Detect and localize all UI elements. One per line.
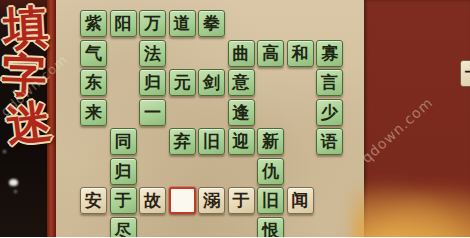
tile-r3c8-少[interactable]: 少	[316, 99, 343, 126]
game-title: 填 字 迷	[0, 4, 52, 148]
tile-r1c6-高[interactable]: 高	[257, 40, 284, 67]
tile-r2c8-言[interactable]: 言	[316, 69, 343, 96]
tile-r1c7-和[interactable]: 和	[287, 40, 314, 67]
tile-r6c2-故[interactable]: 故	[139, 187, 166, 214]
crossword-board: 紫阳万道拳气法曲高和寡东归元剑意言来一逢少同弃旧迎新语归仇安于故溺于旧闻尽恨	[0, 0, 470, 237]
tile-r0c1-阳[interactable]: 阳	[110, 10, 137, 37]
tile-r3c2-一[interactable]: 一	[139, 99, 166, 126]
tile-r0c2-万[interactable]: 万	[139, 10, 166, 37]
tile-r4c3-弃[interactable]: 弃	[169, 128, 196, 155]
tile-r4c6-新[interactable]: 新	[257, 128, 284, 155]
title-char-tian: 填	[0, 3, 53, 54]
tile-r0c0-紫[interactable]: 紫	[80, 10, 107, 37]
tile-r6c4-溺[interactable]: 溺	[198, 187, 225, 214]
tile-r6c7-闻[interactable]: 闻	[287, 187, 314, 214]
tile-r4c4-旧[interactable]: 旧	[198, 128, 225, 155]
tile-r4c1-同[interactable]: 同	[110, 128, 137, 155]
tile-r1c2-法[interactable]: 法	[139, 40, 166, 67]
empty-selected-cell[interactable]	[169, 187, 196, 214]
tile-r2c5-意[interactable]: 意	[228, 69, 255, 96]
tile-r1c0-气[interactable]: 气	[80, 40, 107, 67]
tile-r6c5-于[interactable]: 于	[228, 187, 255, 214]
tile-r2c2-归[interactable]: 归	[139, 69, 166, 96]
tile-r1c8-寡[interactable]: 寡	[316, 40, 343, 67]
tile-r7c1-尽[interactable]: 尽	[110, 217, 137, 238]
tile-r4c5-迎[interactable]: 迎	[228, 128, 255, 155]
tile-r0c4-拳[interactable]: 拳	[198, 10, 225, 37]
title-char-mi: 迷	[0, 97, 57, 151]
tile-r5c6-仇[interactable]: 仇	[257, 158, 284, 185]
tile-r2c0-东[interactable]: 东	[80, 69, 107, 96]
tile-r2c4-剑[interactable]: 剑	[198, 69, 225, 96]
tile-r6c0-安[interactable]: 安	[80, 187, 107, 214]
tile-r6c1-于[interactable]: 于	[110, 187, 137, 214]
tile-r3c0-来[interactable]: 来	[80, 99, 107, 126]
tile-r6c6-旧[interactable]: 旧	[257, 187, 284, 214]
tile-r1c5-曲[interactable]: 曲	[228, 40, 255, 67]
title-char-zi: 字	[0, 51, 51, 101]
tile-r7c6-恨[interactable]: 恨	[257, 217, 284, 238]
tile-r2c3-元[interactable]: 元	[169, 69, 196, 96]
tile-r0c3-道[interactable]: 道	[169, 10, 196, 37]
tile-r4c8-语[interactable]: 语	[316, 128, 343, 155]
clipped-edge-tile[interactable]: 十	[460, 60, 470, 87]
game-screen: 填 字 迷 紫阳万道拳气法曲高和寡东归元剑意言来一逢少同弃旧迎新语归仇安于故溺于…	[0, 0, 470, 237]
tile-r3c5-逢[interactable]: 逢	[228, 99, 255, 126]
tile-r5c1-归[interactable]: 归	[110, 158, 137, 185]
